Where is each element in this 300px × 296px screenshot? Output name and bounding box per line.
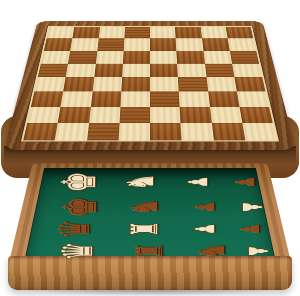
drawer-felt [25, 168, 275, 258]
board-square [210, 107, 243, 123]
board-square [98, 27, 124, 39]
board-square [225, 27, 253, 39]
board-square [150, 38, 177, 50]
board-square [94, 64, 123, 78]
board-square [150, 107, 181, 123]
board-square [95, 51, 123, 64]
board-square [55, 123, 89, 140]
drawer-tray [10, 164, 290, 258]
board-square [150, 51, 177, 64]
board-square [150, 92, 180, 107]
board-square [200, 27, 227, 39]
board-square [150, 123, 182, 140]
board-square [41, 51, 70, 64]
board-square [123, 51, 150, 64]
board-square [92, 77, 122, 91]
board-square [150, 64, 178, 78]
board-square [63, 77, 94, 91]
board-square [208, 92, 240, 107]
board-square [68, 51, 97, 64]
board-square [237, 92, 269, 107]
board-square [122, 64, 150, 78]
board-square [150, 27, 176, 39]
board-square [120, 92, 150, 107]
board-square [211, 123, 245, 140]
board-square [232, 64, 262, 78]
board-square [177, 51, 205, 64]
board-square [31, 92, 63, 107]
board-square [47, 27, 75, 39]
board-square [90, 92, 121, 107]
board-square [38, 64, 68, 78]
board-square [227, 38, 256, 50]
board-square [23, 123, 58, 140]
chess-box-scene: ♚♞♟♟♚♞♟♟♛♜♟♟♛♜♞♟ [0, 0, 300, 296]
board-square [121, 77, 150, 91]
board-square [123, 38, 150, 50]
board-square [150, 77, 179, 91]
board-square [73, 27, 100, 39]
board-square [27, 107, 61, 123]
board-square [44, 38, 73, 50]
board-square [124, 27, 150, 39]
board-square [58, 107, 91, 123]
board-square [202, 38, 230, 50]
board-square [175, 27, 201, 39]
board-frame [4, 21, 296, 150]
board-square [119, 107, 150, 123]
board-square [87, 123, 120, 140]
board-square [97, 38, 124, 50]
drawer-front [8, 256, 292, 290]
board-square [176, 38, 203, 50]
board-square [179, 92, 210, 107]
board-square [70, 38, 98, 50]
board-square [118, 123, 150, 140]
board-square [203, 51, 232, 64]
board-square [239, 107, 273, 123]
board-square [61, 92, 93, 107]
board-square [66, 64, 96, 78]
board-square [242, 123, 277, 140]
board-square [177, 64, 206, 78]
board-square [230, 51, 259, 64]
board-square [234, 77, 265, 91]
board-square [180, 107, 212, 123]
board-square [205, 64, 235, 78]
board-square [89, 107, 121, 123]
board-grid [21, 26, 279, 141]
chess-board [4, 21, 296, 150]
board-square [206, 77, 237, 91]
board-square [34, 77, 65, 91]
board-square [181, 123, 214, 140]
board-square [178, 77, 208, 91]
